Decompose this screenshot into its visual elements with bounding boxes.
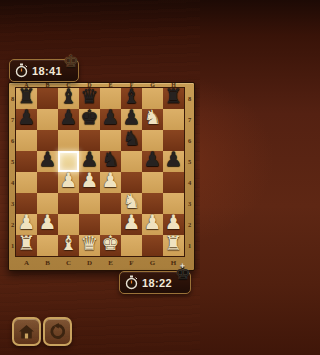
rank-label-5: 5 <box>185 151 194 172</box>
square-e3[interactable] <box>100 193 121 214</box>
square-g1[interactable] <box>142 235 163 256</box>
file-label-C: C <box>58 257 79 269</box>
square-d2[interactable] <box>79 214 100 235</box>
square-e2[interactable] <box>100 214 121 235</box>
chess-board: ABCDEFGH 87654321 87654321 ♜♝♛♝♜♟♟♚♟♟♞♞♟… <box>8 82 195 271</box>
piece-black-pawn[interactable]: ♟ <box>163 147 184 172</box>
square-b3[interactable] <box>37 193 58 214</box>
piece-white-rook[interactable]: ♜ <box>163 231 184 256</box>
file-label-E: E <box>100 257 121 269</box>
square-f3[interactable]: ♞ <box>121 193 142 214</box>
square-f6[interactable]: ♞ <box>121 130 142 151</box>
square-a2[interactable]: ♟ <box>16 214 37 235</box>
square-f1[interactable] <box>121 235 142 256</box>
square-c8[interactable]: ♝ <box>58 88 79 109</box>
piece-black-pawn[interactable]: ♟ <box>100 105 121 130</box>
square-e5[interactable]: ♞ <box>100 151 121 172</box>
piece-white-rook[interactable]: ♜ <box>16 231 37 256</box>
square-g6[interactable] <box>142 130 163 151</box>
file-label-A: A <box>16 257 37 269</box>
square-d5[interactable]: ♟ <box>79 151 100 172</box>
rank-label-6: 6 <box>185 130 194 151</box>
square-c2[interactable] <box>58 214 79 235</box>
square-b1[interactable] <box>37 235 58 256</box>
square-g8[interactable] <box>142 88 163 109</box>
square-h6[interactable] <box>163 130 184 151</box>
square-g2[interactable]: ♟ <box>142 214 163 235</box>
white-king-icon: ♚ <box>63 53 78 79</box>
square-h7[interactable] <box>163 109 184 130</box>
player-clock-time: 18:22 <box>142 277 172 289</box>
rank-label-4: 4 <box>9 172 16 193</box>
square-e1[interactable]: ♚ <box>100 235 121 256</box>
file-label-G: G <box>142 257 163 269</box>
square-a8[interactable]: ♜ <box>16 88 37 109</box>
piece-white-pawn[interactable]: ♟ <box>16 210 37 235</box>
square-c5[interactable] <box>58 151 79 172</box>
rank-label-8: 8 <box>9 88 16 109</box>
piece-black-bishop[interactable]: ♝ <box>58 84 79 109</box>
piece-black-pawn[interactable]: ♟ <box>58 105 79 130</box>
square-a6[interactable] <box>16 130 37 151</box>
piece-white-knight[interactable]: ♞ <box>142 105 163 130</box>
square-f4[interactable] <box>121 172 142 193</box>
square-b8[interactable] <box>37 88 58 109</box>
opponent-clock-time: 18:41 <box>32 65 62 77</box>
piece-black-rook[interactable]: ♜ <box>16 84 37 109</box>
square-a4[interactable] <box>16 172 37 193</box>
king-cross-detail: + <box>180 263 186 270</box>
square-e4[interactable]: ♟ <box>100 172 121 193</box>
square-d6[interactable] <box>79 130 100 151</box>
rank-label-3: 3 <box>9 193 16 214</box>
piece-black-knight[interactable]: ♞ <box>100 147 121 172</box>
square-d8[interactable]: ♛ <box>79 88 100 109</box>
square-d1[interactable]: ♛ <box>79 235 100 256</box>
square-a1[interactable]: ♜ <box>16 235 37 256</box>
rank-label-3: 3 <box>185 193 194 214</box>
rank-label-1: 1 <box>9 235 16 256</box>
file-labels-bottom: ABCDEFGH <box>16 257 184 269</box>
black-king-icon: ♚+ <box>175 265 190 291</box>
square-c1[interactable]: ♝ <box>58 235 79 256</box>
square-g5[interactable]: ♟ <box>142 151 163 172</box>
rank-labels-left: 87654321 <box>9 88 16 256</box>
rank-label-5: 5 <box>9 151 16 172</box>
piece-white-bishop[interactable]: ♝ <box>58 231 79 256</box>
square-h8[interactable]: ♜ <box>163 88 184 109</box>
square-h3[interactable] <box>163 193 184 214</box>
square-e6[interactable] <box>100 130 121 151</box>
rank-labels-right: 87654321 <box>185 88 194 256</box>
square-b5[interactable]: ♟ <box>37 151 58 172</box>
opponent-clock: 18:41 ♚ <box>9 59 79 82</box>
square-f2[interactable]: ♟ <box>121 214 142 235</box>
square-f5[interactable] <box>121 151 142 172</box>
square-c4[interactable]: ♟ <box>58 172 79 193</box>
square-b6[interactable] <box>37 130 58 151</box>
rank-label-4: 4 <box>185 172 194 193</box>
piece-white-pawn[interactable]: ♟ <box>142 210 163 235</box>
piece-black-king[interactable]: ♚ <box>79 105 100 130</box>
piece-white-pawn[interactable]: ♟ <box>121 210 142 235</box>
file-label-D: D <box>79 257 100 269</box>
piece-white-pawn[interactable]: ♟ <box>100 168 121 193</box>
undo-icon <box>49 323 67 340</box>
stopwatch-icon <box>125 275 138 290</box>
square-g4[interactable] <box>142 172 163 193</box>
square-b4[interactable] <box>37 172 58 193</box>
piece-black-pawn[interactable]: ♟ <box>16 105 37 130</box>
rank-label-8: 8 <box>185 88 194 109</box>
square-h1[interactable]: ♜ <box>163 235 184 256</box>
square-c6[interactable] <box>58 130 79 151</box>
square-a3[interactable] <box>16 193 37 214</box>
rank-label-6: 6 <box>9 130 16 151</box>
piece-black-pawn[interactable]: ♟ <box>37 147 58 172</box>
rank-label-2: 2 <box>9 214 16 235</box>
square-d7[interactable]: ♚ <box>79 109 100 130</box>
square-b7[interactable] <box>37 109 58 130</box>
square-a7[interactable]: ♟ <box>16 109 37 130</box>
board-grid: ♜♝♛♝♜♟♟♚♟♟♞♞♟♟♞♟♟♟♟♟♞♟♟♟♟♟♜♝♛♚♜ <box>16 88 184 256</box>
square-e8[interactable] <box>100 88 121 109</box>
square-h2[interactable]: ♟ <box>163 214 184 235</box>
square-d3[interactable] <box>79 193 100 214</box>
piece-black-pawn[interactable]: ♟ <box>79 147 100 172</box>
piece-white-pawn[interactable]: ♟ <box>163 210 184 235</box>
piece-black-pawn[interactable]: ♟ <box>142 147 163 172</box>
square-h5[interactable]: ♟ <box>163 151 184 172</box>
piece-white-pawn[interactable]: ♟ <box>79 168 100 193</box>
piece-white-queen[interactable]: ♛ <box>79 231 100 256</box>
square-h4[interactable] <box>163 172 184 193</box>
square-a5[interactable] <box>16 151 37 172</box>
file-label-F: F <box>121 257 142 269</box>
square-g7[interactable]: ♞ <box>142 109 163 130</box>
rank-label-7: 7 <box>185 109 194 130</box>
square-g3[interactable] <box>142 193 163 214</box>
square-c3[interactable] <box>58 193 79 214</box>
stopwatch-icon <box>15 63 28 78</box>
rank-label-1: 1 <box>185 235 194 256</box>
piece-black-bishop[interactable]: ♝ <box>121 84 142 109</box>
home-button[interactable] <box>12 317 41 346</box>
undo-button[interactable] <box>43 317 72 346</box>
rank-label-7: 7 <box>9 109 16 130</box>
piece-white-king[interactable]: ♚ <box>100 231 121 256</box>
piece-black-pawn[interactable]: ♟ <box>121 105 142 130</box>
player-clock: 18:22 ♚+ <box>119 271 191 294</box>
piece-white-knight[interactable]: ♞ <box>121 189 142 214</box>
piece-black-rook[interactable]: ♜ <box>163 84 184 109</box>
square-b2[interactable]: ♟ <box>37 214 58 235</box>
home-icon <box>18 324 35 340</box>
piece-black-queen[interactable]: ♛ <box>79 84 100 109</box>
square-d4[interactable]: ♟ <box>79 172 100 193</box>
square-f7[interactable]: ♟ <box>121 109 142 130</box>
square-f8[interactable]: ♝ <box>121 88 142 109</box>
square-c7[interactable]: ♟ <box>58 109 79 130</box>
file-label-B: B <box>37 257 58 269</box>
square-e7[interactable]: ♟ <box>100 109 121 130</box>
rank-label-2: 2 <box>185 214 194 235</box>
piece-white-pawn[interactable]: ♟ <box>37 210 58 235</box>
piece-black-knight[interactable]: ♞ <box>121 126 142 151</box>
